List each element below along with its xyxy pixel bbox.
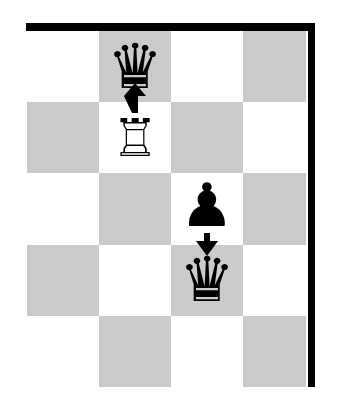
chess-diagram: ♛♖♟♛ bbox=[0, 0, 342, 416]
black-pawn-piece[interactable]: ♟ bbox=[180, 175, 234, 235]
square-r3-c1 bbox=[27, 173, 99, 244]
square-r2-c1 bbox=[27, 102, 99, 173]
board-border-right bbox=[306, 31, 315, 387]
square-r1-c3 bbox=[171, 31, 243, 102]
square-r3-c4 bbox=[243, 173, 315, 244]
square-r2-c4 bbox=[243, 102, 315, 173]
square-r2-c3 bbox=[171, 102, 243, 173]
move-arrow-down bbox=[194, 233, 220, 256]
white-rook-piece[interactable]: ♖ bbox=[112, 112, 159, 164]
square-r5-c3 bbox=[171, 316, 243, 387]
move-arrow-up bbox=[122, 83, 148, 114]
board-border-top bbox=[26, 23, 315, 31]
chessboard bbox=[27, 31, 315, 387]
square-r5-c1 bbox=[27, 316, 99, 387]
square-r4-c4 bbox=[243, 245, 315, 316]
square-r3-c2 bbox=[99, 173, 171, 244]
square-r1-c4 bbox=[243, 31, 315, 102]
black-queen-piece[interactable]: ♛ bbox=[179, 249, 235, 311]
square-r4-c1 bbox=[27, 245, 99, 316]
square-r5-c4 bbox=[243, 316, 315, 387]
square-r1-c1 bbox=[27, 31, 99, 102]
square-r4-c2 bbox=[99, 245, 171, 316]
square-r5-c2 bbox=[99, 316, 171, 387]
